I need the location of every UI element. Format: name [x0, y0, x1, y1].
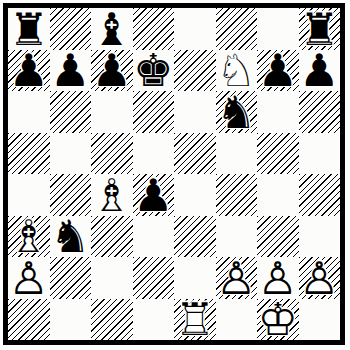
square-d5[interactable] [133, 133, 175, 175]
white-pawn-glyph: ♙ [299, 255, 341, 300]
square-d8[interactable] [133, 8, 175, 50]
square-b1[interactable] [50, 299, 92, 341]
white-bishop-halo: ♝ [91, 172, 133, 217]
black-knight-halo: ♞ [50, 214, 92, 259]
black-pawn-glyph: ♟ [8, 48, 50, 93]
square-b2[interactable] [50, 257, 92, 299]
white-pawn-g2: ♟♙ [257, 257, 299, 299]
black-pawn-glyph: ♟ [91, 48, 133, 93]
square-c7[interactable]: ♟♟ [91, 50, 133, 92]
white-bishop-halo: ♝ [8, 214, 50, 259]
square-g2[interactable]: ♟♙ [257, 257, 299, 299]
white-pawn-glyph: ♙ [257, 255, 299, 300]
square-c3[interactable] [91, 216, 133, 258]
black-pawn-halo: ♟ [299, 48, 341, 93]
square-h7[interactable]: ♟♟ [299, 50, 341, 92]
black-rook-glyph: ♜ [8, 6, 50, 51]
square-a7[interactable]: ♟♟ [8, 50, 50, 92]
white-king-g1: ♚♔ [257, 299, 299, 341]
white-pawn-halo: ♟ [257, 255, 299, 300]
square-c4[interactable]: ♝♗ [91, 174, 133, 216]
white-bishop-c4: ♝♗ [91, 174, 133, 216]
black-pawn-glyph: ♟ [299, 48, 341, 93]
black-rook-a8: ♜♜ [8, 8, 50, 50]
square-b3[interactable]: ♞♞ [50, 216, 92, 258]
square-d1[interactable] [133, 299, 175, 341]
square-h1[interactable] [299, 299, 341, 341]
black-knight-b3: ♞♞ [50, 216, 92, 258]
square-c8[interactable]: ♝♝ [91, 8, 133, 50]
square-e6[interactable] [174, 91, 216, 133]
white-bishop-glyph: ♗ [8, 214, 50, 259]
white-pawn-a2: ♟♙ [8, 257, 50, 299]
black-knight-halo: ♞ [216, 89, 258, 134]
square-h2[interactable]: ♟♙ [299, 257, 341, 299]
square-a2[interactable]: ♟♙ [8, 257, 50, 299]
square-a6[interactable] [8, 91, 50, 133]
black-pawn-c7: ♟♟ [91, 50, 133, 92]
white-knight-f7: ♞♘ [216, 50, 258, 92]
black-king-d7: ♚♚ [133, 50, 175, 92]
white-rook-halo: ♜ [174, 297, 216, 342]
black-king-halo: ♚ [133, 48, 175, 93]
square-e8[interactable] [174, 8, 216, 50]
white-knight-glyph: ♘ [216, 48, 258, 93]
square-d3[interactable] [133, 216, 175, 258]
white-pawn-halo: ♟ [299, 255, 341, 300]
square-f5[interactable] [216, 133, 258, 175]
square-b8[interactable] [50, 8, 92, 50]
black-bishop-c8: ♝♝ [91, 8, 133, 50]
square-a3[interactable]: ♝♗ [8, 216, 50, 258]
white-rook-glyph: ♖ [174, 297, 216, 342]
square-h5[interactable] [299, 133, 341, 175]
square-c2[interactable] [91, 257, 133, 299]
black-knight-glyph: ♞ [50, 214, 92, 259]
square-g7[interactable]: ♟♟ [257, 50, 299, 92]
white-pawn-halo: ♟ [216, 255, 258, 300]
black-rook-h8: ♜♜ [299, 8, 341, 50]
square-b6[interactable] [50, 91, 92, 133]
square-d2[interactable] [133, 257, 175, 299]
black-pawn-glyph: ♟ [50, 48, 92, 93]
black-pawn-halo: ♟ [257, 48, 299, 93]
square-f8[interactable] [216, 8, 258, 50]
black-bishop-glyph: ♝ [91, 6, 133, 51]
black-pawn-glyph: ♟ [133, 172, 175, 217]
white-knight-halo: ♞ [216, 48, 258, 93]
black-bishop-halo: ♝ [91, 6, 133, 51]
square-e5[interactable] [174, 133, 216, 175]
black-king-glyph: ♚ [133, 48, 175, 93]
square-a1[interactable] [8, 299, 50, 341]
square-f2[interactable]: ♟♙ [216, 257, 258, 299]
black-pawn-d4: ♟♟ [133, 174, 175, 216]
square-g8[interactable] [257, 8, 299, 50]
white-pawn-glyph: ♙ [216, 255, 258, 300]
square-e3[interactable] [174, 216, 216, 258]
square-e1[interactable]: ♜♖ [174, 299, 216, 341]
black-pawn-halo: ♟ [133, 172, 175, 217]
square-g6[interactable] [257, 91, 299, 133]
square-c1[interactable] [91, 299, 133, 341]
black-pawn-halo: ♟ [91, 48, 133, 93]
square-h4[interactable] [299, 174, 341, 216]
black-rook-glyph: ♜ [299, 6, 341, 51]
chess-board: ♜♜♝♝♜♜♟♟♟♟♟♟♚♚♞♘♟♟♟♟♞♞♝♗♟♟♝♗♞♞♟♙♟♙♟♙♟♙♜♖… [3, 3, 345, 345]
black-rook-halo: ♜ [8, 6, 50, 51]
square-a8[interactable]: ♜♜ [8, 8, 50, 50]
black-knight-f6: ♞♞ [216, 91, 258, 133]
square-g5[interactable] [257, 133, 299, 175]
square-a5[interactable] [8, 133, 50, 175]
square-d4[interactable]: ♟♟ [133, 174, 175, 216]
square-f1[interactable] [216, 299, 258, 341]
square-h8[interactable]: ♜♜ [299, 8, 341, 50]
chess-diagram-page: ♜♜♝♝♜♜♟♟♟♟♟♟♚♚♞♘♟♟♟♟♞♞♝♗♟♟♝♗♞♞♟♙♟♙♟♙♟♙♜♖… [0, 0, 350, 350]
white-bishop-a3: ♝♗ [8, 216, 50, 258]
square-e4[interactable] [174, 174, 216, 216]
black-pawn-halo: ♟ [50, 48, 92, 93]
square-c6[interactable] [91, 91, 133, 133]
square-b5[interactable] [50, 133, 92, 175]
black-pawn-halo: ♟ [8, 48, 50, 93]
square-h6[interactable] [299, 91, 341, 133]
square-a4[interactable] [8, 174, 50, 216]
black-pawn-h7: ♟♟ [299, 50, 341, 92]
square-h3[interactable] [299, 216, 341, 258]
black-pawn-b7: ♟♟ [50, 50, 92, 92]
white-rook-e1: ♜♖ [174, 299, 216, 341]
white-king-glyph: ♔ [257, 297, 299, 342]
white-king-halo: ♚ [257, 297, 299, 342]
square-d6[interactable] [133, 91, 175, 133]
black-pawn-g7: ♟♟ [257, 50, 299, 92]
white-pawn-halo: ♟ [8, 255, 50, 300]
square-e7[interactable] [174, 50, 216, 92]
square-f7[interactable]: ♞♘ [216, 50, 258, 92]
white-bishop-glyph: ♗ [91, 172, 133, 217]
white-pawn-f2: ♟♙ [216, 257, 258, 299]
white-pawn-glyph: ♙ [8, 255, 50, 300]
square-b7[interactable]: ♟♟ [50, 50, 92, 92]
square-e2[interactable] [174, 257, 216, 299]
square-g1[interactable]: ♚♔ [257, 299, 299, 341]
white-pawn-h2: ♟♙ [299, 257, 341, 299]
black-pawn-a7: ♟♟ [8, 50, 50, 92]
square-b4[interactable] [50, 174, 92, 216]
square-f3[interactable] [216, 216, 258, 258]
square-f4[interactable] [216, 174, 258, 216]
square-f6[interactable]: ♞♞ [216, 91, 258, 133]
black-rook-halo: ♜ [299, 6, 341, 51]
square-c5[interactable] [91, 133, 133, 175]
black-knight-glyph: ♞ [216, 89, 258, 134]
square-g4[interactable] [257, 174, 299, 216]
square-d7[interactable]: ♚♚ [133, 50, 175, 92]
square-g3[interactable] [257, 216, 299, 258]
black-pawn-glyph: ♟ [257, 48, 299, 93]
